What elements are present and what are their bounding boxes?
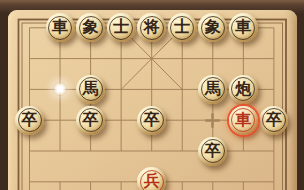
- piece-black-soldier-5[interactable]: 卒: [137, 106, 166, 135]
- piece-glyph: 卒: [22, 112, 38, 128]
- piece-black-soldier-7-advanced[interactable]: 卒: [198, 137, 227, 166]
- piece-glyph: 卒: [205, 143, 221, 159]
- piece-glyph: 象: [205, 19, 221, 35]
- piece-glyph: 炮: [235, 81, 251, 97]
- piece-glyph: 車: [52, 19, 68, 35]
- piece-glyph: 士: [174, 19, 190, 35]
- piece-glyph: 馬: [205, 81, 221, 97]
- piece-glyph: 象: [83, 19, 99, 35]
- piece-glyph: 卒: [144, 112, 160, 128]
- piece-black-chariot-right[interactable]: 車: [229, 13, 258, 42]
- piece-black-soldier-3[interactable]: 卒: [76, 106, 105, 135]
- piece-black-soldier-1[interactable]: 卒: [15, 106, 44, 135]
- piece-glyph: 卒: [266, 112, 282, 128]
- piece-black-advisor-right[interactable]: 士: [168, 13, 197, 42]
- piece-glyph: 将: [144, 19, 160, 35]
- piece-glyph: 卒: [83, 112, 99, 128]
- piece-black-soldier-9[interactable]: 卒: [259, 106, 288, 135]
- piece-red-soldier-5-advanced[interactable]: 兵: [137, 167, 166, 190]
- piece-glyph: 車: [235, 112, 251, 128]
- piece-glyph: 馬: [83, 81, 99, 97]
- piece-red-chariot[interactable]: 車: [229, 106, 258, 135]
- piece-black-cannon[interactable]: 炮: [229, 75, 258, 104]
- piece-black-chariot-left[interactable]: 車: [46, 13, 75, 42]
- piece-black-horse-left[interactable]: 馬: [76, 75, 105, 104]
- piece-black-advisor-left[interactable]: 士: [107, 13, 136, 42]
- piece-black-horse-right[interactable]: 馬: [198, 75, 227, 104]
- piece-glyph: 兵: [144, 173, 160, 189]
- piece-glyph: 車: [235, 19, 251, 35]
- piece-glyph: 士: [113, 19, 129, 35]
